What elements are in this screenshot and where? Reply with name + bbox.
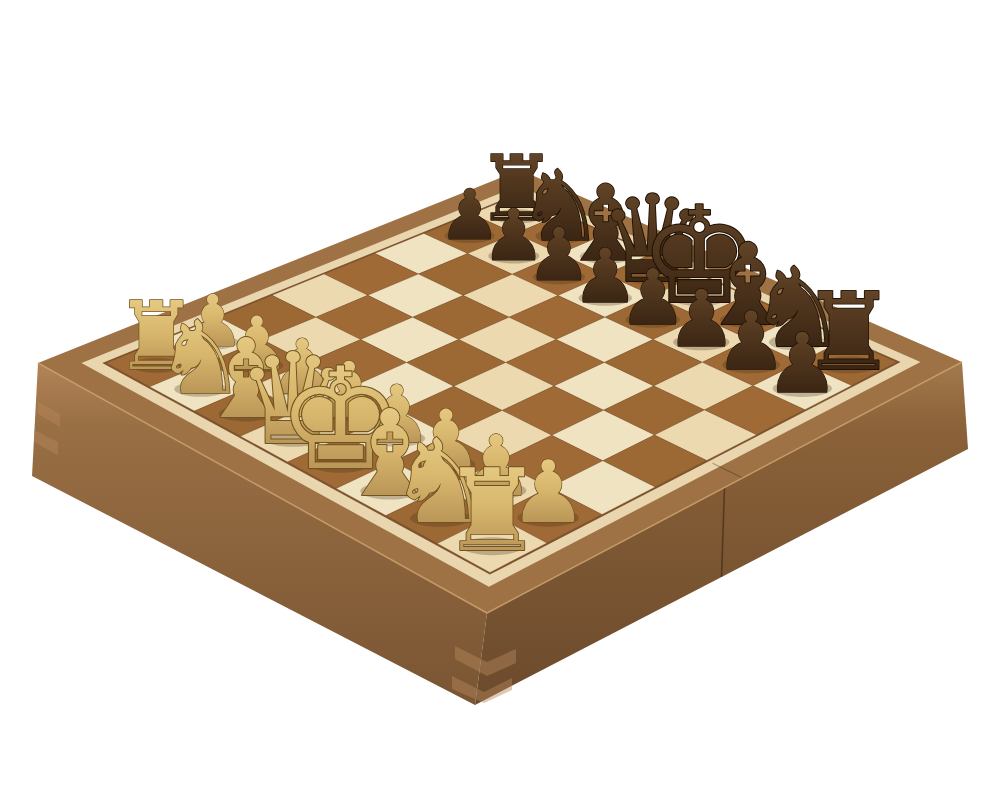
- chess-board-scene: ♜♟♞♟♝♟♛♟♚♟♝♞♟♟♜♟♟♜♟♟♞♟♝♟♛♟♚♟♝♟♞♜: [0, 0, 1000, 800]
- piece-white-rook-h1[interactable]: ♜: [441, 444, 543, 577]
- chess-set-photo: ♜♟♞♟♝♟♛♟♚♟♝♞♟♟♜♟♟♜♟♟♞♟♝♟♛♟♚♟♝♟♞♜: [0, 0, 1000, 800]
- piece-black-pawn-h7[interactable]: ♟: [765, 315, 839, 411]
